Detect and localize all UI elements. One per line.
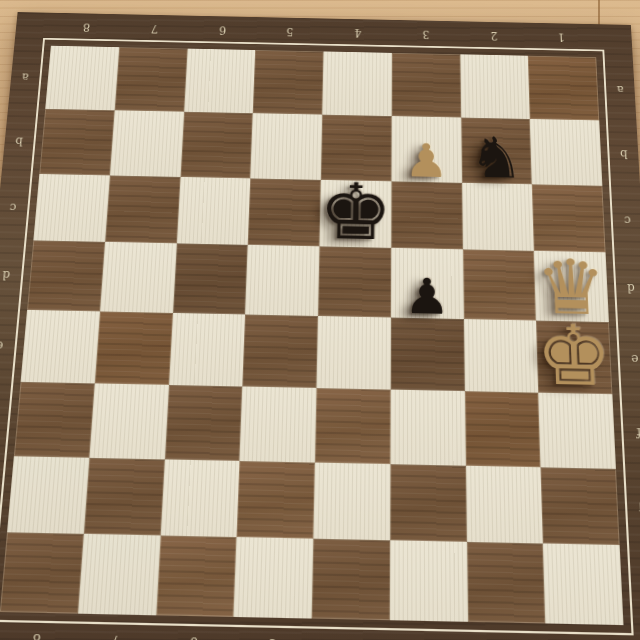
- square-g8: [7, 456, 89, 534]
- square-f1: [538, 392, 616, 468]
- square-c7: [105, 175, 180, 244]
- square-h8: [0, 533, 84, 614]
- coord-label-top-8: 8: [52, 16, 121, 38]
- square-g2: [465, 465, 543, 544]
- square-e5: [243, 314, 318, 387]
- square-d6: [173, 244, 248, 315]
- square-e7: [95, 311, 173, 384]
- square-d2: [463, 250, 537, 321]
- square-c6: [176, 176, 250, 245]
- square-d8: [27, 241, 105, 312]
- square-d4: [318, 247, 391, 318]
- square-b2: [461, 117, 532, 184]
- coord-label-left-b: b: [4, 108, 35, 173]
- square-c2: [462, 182, 534, 251]
- coord-label-bottom-7: 7: [75, 626, 155, 640]
- coord-label-bottom-8: 8: [0, 624, 77, 640]
- square-g3: [390, 464, 467, 543]
- square-g1: [541, 467, 620, 546]
- square-f6: [164, 385, 242, 461]
- square-d3: [391, 248, 464, 319]
- square-c5: [248, 178, 321, 247]
- square-f3: [390, 389, 465, 465]
- square-a4: [322, 51, 391, 115]
- square-a2: [460, 54, 530, 118]
- coord-label-bottom-5: 5: [232, 629, 311, 640]
- coord-label-bottom-2: 2: [468, 634, 547, 640]
- playing-area: ♚♞♟♚♛♟: [0, 46, 624, 625]
- square-h1: [543, 544, 623, 625]
- square-c8: [33, 174, 109, 243]
- square-c1: [532, 184, 606, 253]
- chess-board: 87654321 87654321 abcdefgh abcdefgh ♚♞♟♚…: [0, 12, 640, 640]
- square-e4: [316, 316, 390, 389]
- square-d5: [245, 245, 319, 316]
- coord-label-right-c: c: [613, 186, 640, 254]
- square-h5: [234, 537, 314, 618]
- maple-pinstripe-inlay: ♚♞♟♚♛♟: [0, 38, 634, 635]
- coord-label-top-3: 3: [392, 23, 460, 45]
- square-b6: [180, 112, 253, 178]
- coord-label-right-f: f: [624, 394, 640, 469]
- coord-label-left-a: a: [10, 45, 41, 108]
- square-f2: [464, 391, 540, 467]
- square-a1: [528, 56, 599, 120]
- coord-label-top-6: 6: [188, 19, 257, 41]
- coord-label-right-d: d: [616, 253, 640, 323]
- coord-label-bottom-3: 3: [389, 633, 468, 640]
- square-h6: [156, 536, 237, 617]
- square-e2: [463, 319, 538, 392]
- square-d7: [100, 242, 177, 313]
- square-h4: [312, 539, 390, 620]
- square-b5: [250, 113, 322, 179]
- square-f4: [315, 388, 391, 464]
- square-a8: [45, 46, 119, 110]
- square-e3: [390, 318, 464, 391]
- square-f8: [14, 382, 95, 458]
- square-h3: [390, 541, 468, 622]
- coord-label-top-5: 5: [256, 20, 324, 42]
- coord-label-right-e: e: [620, 322, 640, 394]
- coord-label-bottom-4: 4: [311, 631, 390, 640]
- coord-label-right-g: g: [627, 469, 640, 547]
- square-g4: [313, 462, 390, 540]
- coord-label-top-4: 4: [324, 22, 392, 44]
- square-c3: [391, 181, 463, 250]
- square-a7: [114, 47, 187, 111]
- square-d1: [534, 251, 609, 322]
- square-b1: [530, 119, 602, 186]
- square-e6: [169, 313, 246, 386]
- square-g5: [237, 460, 315, 538]
- coord-label-top-2: 2: [459, 25, 527, 47]
- coord-label-right-a: a: [607, 57, 635, 121]
- square-g7: [84, 457, 165, 535]
- coord-label-right-b: b: [610, 120, 638, 186]
- square-e1: [536, 321, 612, 394]
- square-a6: [184, 49, 256, 113]
- square-grid: [0, 46, 624, 625]
- square-g6: [160, 459, 240, 537]
- coord-label-bottom-6: 6: [154, 628, 234, 640]
- square-a5: [253, 50, 324, 114]
- square-h2: [467, 542, 546, 623]
- square-b8: [39, 109, 114, 175]
- square-c4: [319, 179, 391, 248]
- square-f7: [89, 383, 168, 459]
- coord-label-bottom-1: 1: [546, 636, 625, 640]
- coord-label-top-7: 7: [120, 18, 189, 40]
- square-a3: [391, 53, 460, 117]
- square-h7: [78, 534, 160, 615]
- square-f5: [240, 386, 317, 462]
- square-b3: [391, 116, 461, 183]
- square-b7: [110, 110, 184, 176]
- coord-label-top-1: 1: [527, 26, 596, 48]
- square-b4: [321, 114, 392, 180]
- square-e8: [21, 310, 100, 383]
